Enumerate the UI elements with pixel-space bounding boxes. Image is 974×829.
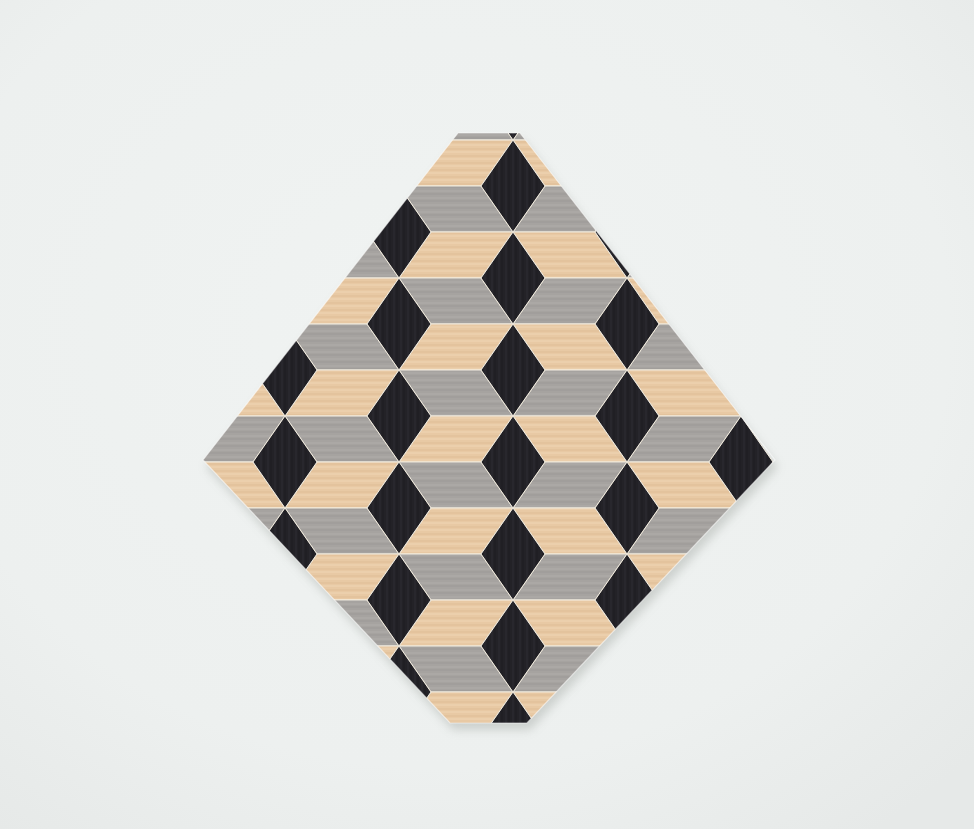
photo-stage (0, 0, 974, 829)
trivet-photo (0, 0, 974, 829)
